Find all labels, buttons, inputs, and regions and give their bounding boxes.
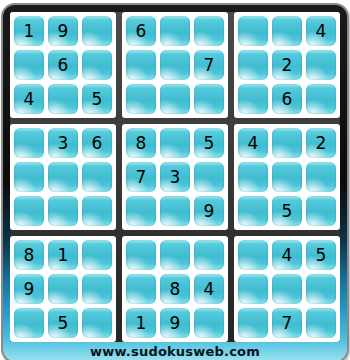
cell-r8c6[interactable]: 4 xyxy=(194,274,224,304)
sudoku-box-4: 36 xyxy=(10,124,116,230)
sudoku-grid: 1964567426368573942581958419457 xyxy=(10,12,340,342)
cell-r2c1[interactable] xyxy=(14,50,44,80)
cell-r7c2[interactable]: 1 xyxy=(48,240,78,270)
cell-r1c2[interactable]: 9 xyxy=(48,16,78,46)
cell-r2c7[interactable] xyxy=(238,50,268,80)
cell-r6c6[interactable]: 9 xyxy=(194,196,224,226)
cell-r4c5[interactable] xyxy=(160,128,190,158)
cell-r9c9[interactable] xyxy=(306,308,336,338)
cell-r9c3[interactable] xyxy=(82,308,112,338)
cell-r8c1[interactable]: 9 xyxy=(14,274,44,304)
cell-r3c5[interactable] xyxy=(160,84,190,114)
cell-r8c2[interactable] xyxy=(48,274,78,304)
cell-r1c4[interactable]: 6 xyxy=(126,16,156,46)
sudoku-box-1: 19645 xyxy=(10,12,116,118)
sudoku-box-2: 67 xyxy=(122,12,228,118)
site-url-label: www.sudokusweb.com xyxy=(10,342,340,360)
sudoku-box-6: 425 xyxy=(234,124,340,230)
cell-r7c3[interactable] xyxy=(82,240,112,270)
cell-r4c6[interactable]: 5 xyxy=(194,128,224,158)
cell-r6c4[interactable] xyxy=(126,196,156,226)
cell-r1c9[interactable]: 4 xyxy=(306,16,336,46)
cell-r2c3[interactable] xyxy=(82,50,112,80)
cell-r2c6[interactable]: 7 xyxy=(194,50,224,80)
cell-r9c7[interactable] xyxy=(238,308,268,338)
cell-r3c7[interactable] xyxy=(238,84,268,114)
cell-r6c9[interactable] xyxy=(306,196,336,226)
cell-r6c3[interactable] xyxy=(82,196,112,226)
cell-r4c4[interactable]: 8 xyxy=(126,128,156,158)
sudoku-box-7: 8195 xyxy=(10,236,116,342)
cell-r1c8[interactable] xyxy=(272,16,302,46)
cell-r2c4[interactable] xyxy=(126,50,156,80)
cell-r2c8[interactable]: 2 xyxy=(272,50,302,80)
cell-r8c9[interactable] xyxy=(306,274,336,304)
cell-r9c6[interactable] xyxy=(194,308,224,338)
cell-r5c4[interactable]: 7 xyxy=(126,162,156,192)
cell-r8c5[interactable]: 8 xyxy=(160,274,190,304)
cell-r3c1[interactable]: 4 xyxy=(14,84,44,114)
cell-r3c8[interactable]: 6 xyxy=(272,84,302,114)
cell-r7c7[interactable] xyxy=(238,240,268,270)
cell-r5c9[interactable] xyxy=(306,162,336,192)
cell-r5c8[interactable] xyxy=(272,162,302,192)
cell-r9c2[interactable]: 5 xyxy=(48,308,78,338)
cell-r2c5[interactable] xyxy=(160,50,190,80)
cell-r5c5[interactable]: 3 xyxy=(160,162,190,192)
cell-r3c6[interactable] xyxy=(194,84,224,114)
cell-r6c7[interactable] xyxy=(238,196,268,226)
cell-r4c1[interactable] xyxy=(14,128,44,158)
cell-r8c3[interactable] xyxy=(82,274,112,304)
cell-r7c4[interactable] xyxy=(126,240,156,270)
cell-r3c9[interactable] xyxy=(306,84,336,114)
cell-r4c2[interactable]: 3 xyxy=(48,128,78,158)
cell-r2c2[interactable]: 6 xyxy=(48,50,78,80)
cell-r3c2[interactable] xyxy=(48,84,78,114)
cell-r9c8[interactable]: 7 xyxy=(272,308,302,338)
cell-r5c6[interactable] xyxy=(194,162,224,192)
cell-r9c5[interactable]: 9 xyxy=(160,308,190,338)
cell-r9c1[interactable] xyxy=(14,308,44,338)
cell-r1c3[interactable] xyxy=(82,16,112,46)
cell-r1c6[interactable] xyxy=(194,16,224,46)
cell-r8c8[interactable] xyxy=(272,274,302,304)
cell-r3c4[interactable] xyxy=(126,84,156,114)
cell-r5c2[interactable] xyxy=(48,162,78,192)
sudoku-box-9: 457 xyxy=(234,236,340,342)
cell-r5c3[interactable] xyxy=(82,162,112,192)
sudoku-box-3: 426 xyxy=(234,12,340,118)
cell-r4c8[interactable] xyxy=(272,128,302,158)
cell-r7c6[interactable] xyxy=(194,240,224,270)
cell-r8c7[interactable] xyxy=(238,274,268,304)
cell-r6c5[interactable] xyxy=(160,196,190,226)
cell-r4c9[interactable]: 2 xyxy=(306,128,336,158)
cell-r5c1[interactable] xyxy=(14,162,44,192)
cell-r4c3[interactable]: 6 xyxy=(82,128,112,158)
sudoku-board: 1964567426368573942581958419457 www.sudo… xyxy=(1,3,349,360)
sudoku-box-5: 85739 xyxy=(122,124,228,230)
cell-r6c1[interactable] xyxy=(14,196,44,226)
cell-r7c5[interactable] xyxy=(160,240,190,270)
cell-r7c8[interactable]: 4 xyxy=(272,240,302,270)
sudoku-box-8: 8419 xyxy=(122,236,228,342)
cell-r4c7[interactable]: 4 xyxy=(238,128,268,158)
cell-r6c8[interactable]: 5 xyxy=(272,196,302,226)
cell-r5c7[interactable] xyxy=(238,162,268,192)
cell-r6c2[interactable] xyxy=(48,196,78,226)
cell-r2c9[interactable] xyxy=(306,50,336,80)
cell-r1c7[interactable] xyxy=(238,16,268,46)
cell-r1c5[interactable] xyxy=(160,16,190,46)
cell-r3c3[interactable]: 5 xyxy=(82,84,112,114)
cell-r1c1[interactable]: 1 xyxy=(14,16,44,46)
cell-r7c9[interactable]: 5 xyxy=(306,240,336,270)
cell-r8c4[interactable] xyxy=(126,274,156,304)
cell-r9c4[interactable]: 1 xyxy=(126,308,156,338)
cell-r7c1[interactable]: 8 xyxy=(14,240,44,270)
